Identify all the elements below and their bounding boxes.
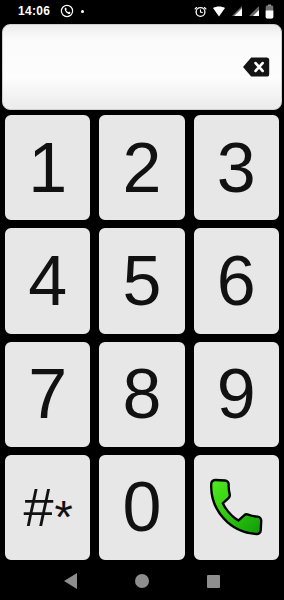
green-phone-handset-icon [203, 474, 269, 540]
battery-icon [265, 4, 274, 19]
key-5[interactable]: 5 [97, 226, 186, 335]
backspace-button[interactable] [242, 57, 270, 78]
dialer-keypad: 1 2 3 4 5 6 7 8 9 #* 0 [3, 113, 281, 562]
cellular-signal-icon-1 [231, 5, 243, 17]
call-button[interactable] [192, 453, 281, 562]
wifi-icon [212, 6, 226, 17]
status-bar-system-icons [194, 4, 274, 19]
key-hash-star[interactable]: #* [3, 453, 92, 562]
key-8[interactable]: 8 [97, 340, 186, 449]
nav-recents-button[interactable] [207, 575, 220, 588]
recents-icon [207, 575, 220, 588]
clock-time: 14:06 [18, 4, 50, 18]
cellular-signal-icon-2 [248, 5, 260, 17]
viber-notification-icon [60, 4, 74, 18]
key-2[interactable]: 2 [97, 113, 186, 222]
key-3[interactable]: 3 [192, 113, 281, 222]
nav-back-button[interactable] [64, 573, 77, 589]
key-4[interactable]: 4 [3, 226, 92, 335]
key-7[interactable]: 7 [3, 340, 92, 449]
back-icon [64, 573, 77, 589]
dial-number-display[interactable] [2, 24, 282, 110]
nav-home-button[interactable] [135, 574, 149, 588]
home-icon [135, 574, 149, 588]
notification-dot-icon [81, 10, 84, 13]
status-bar-notifications [60, 4, 84, 18]
android-navigation-bar [0, 562, 284, 600]
status-bar: 14:06 [0, 0, 284, 22]
alarm-clock-icon [194, 5, 207, 18]
key-0[interactable]: 0 [97, 453, 186, 562]
key-1[interactable]: 1 [3, 113, 92, 222]
backspace-icon [242, 66, 270, 81]
key-9[interactable]: 9 [192, 340, 281, 449]
key-6[interactable]: 6 [192, 226, 281, 335]
